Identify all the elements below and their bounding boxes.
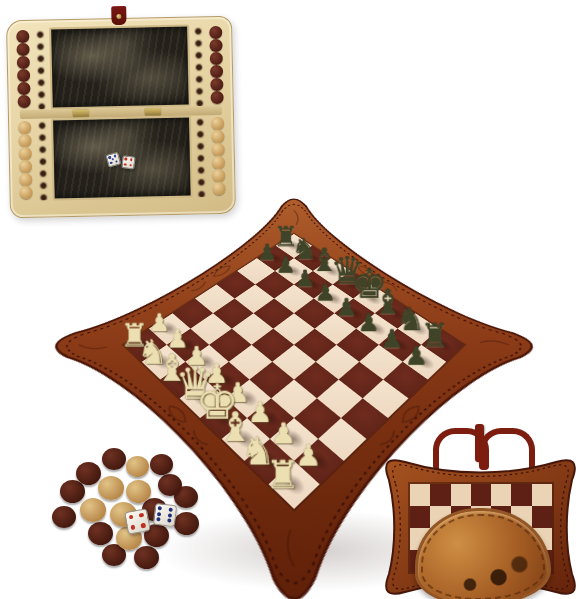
board-square	[359, 345, 402, 380]
board-square	[216, 271, 255, 299]
die-pip	[139, 512, 144, 517]
piece-glyph: ♞	[137, 335, 168, 369]
piece-glyph: ♟	[376, 326, 406, 351]
light-checker	[19, 186, 32, 199]
board-square	[313, 284, 353, 313]
piece-light-pawn: ♟	[166, 328, 208, 361]
piece-glyph: ♜	[273, 223, 299, 251]
board-square	[314, 313, 355, 345]
product-image: ♜♞♝♛♚♝♞♜♟♟♟♟♟♟♟♟♟♟♟♟♟♟♟♟♜♞♝♛♚♝♞♜	[0, 0, 587, 599]
board-square	[190, 313, 231, 345]
piece-glyph: ♟	[311, 281, 339, 305]
dark-checker-disc	[76, 462, 101, 485]
die-pip	[141, 523, 146, 528]
piece-glyph: ♟	[180, 343, 211, 369]
board-square	[271, 380, 317, 418]
case-square	[471, 484, 491, 506]
dark-checker-disc	[134, 546, 159, 569]
die-pip	[116, 160, 119, 163]
board-square	[294, 246, 331, 271]
board-square	[340, 398, 387, 439]
board-square	[362, 380, 408, 418]
piece-glyph: ♜	[119, 319, 149, 351]
piece-glyph: ♟	[332, 295, 361, 319]
piece-light-pawn: ♟	[294, 438, 344, 483]
piece-dark-pawn: ♟	[334, 298, 374, 328]
dark-checker-disc	[52, 506, 76, 528]
piece-glyph: ♜	[419, 319, 449, 351]
board-square	[353, 284, 393, 313]
die-red	[124, 508, 151, 535]
light-checker	[211, 117, 224, 130]
piece-glyph: ♛	[175, 362, 208, 407]
checkers-pile	[40, 440, 220, 590]
die-pip	[167, 518, 171, 522]
piece-dark-queen: ♛	[332, 271, 371, 299]
scroll-ornament-strip	[194, 115, 208, 197]
board-square	[294, 362, 339, 399]
piece-glyph: ♟	[290, 441, 326, 471]
die-pip	[168, 508, 172, 512]
dark-checker-disc	[174, 512, 199, 535]
board-square	[374, 299, 414, 329]
dark-checker	[17, 69, 30, 82]
board-square	[332, 271, 371, 299]
board-square	[213, 299, 253, 329]
piece-light-queen: ♛	[179, 379, 225, 417]
case-square	[430, 484, 450, 506]
piece-dark-knight: ♞	[397, 313, 438, 345]
board-square	[273, 313, 314, 345]
board-square	[179, 380, 225, 418]
dark-checker	[209, 26, 222, 39]
die-pip	[114, 155, 117, 158]
piece-light-pawn: ♟	[225, 379, 271, 417]
piece-glyph: ♞	[240, 431, 276, 470]
board-square	[294, 299, 334, 329]
backgammon-half-top	[14, 24, 226, 110]
light-checker	[212, 143, 225, 156]
piece-light-rook: ♜	[124, 328, 166, 361]
piece-light-knight: ♞	[244, 438, 294, 483]
die-navy	[153, 503, 178, 528]
piece-light-pawn: ♟	[204, 361, 249, 398]
board-square	[149, 313, 190, 345]
scroll-ornament-strip	[192, 24, 206, 106]
board-square	[294, 439, 344, 484]
board-square	[253, 299, 293, 329]
board-square	[160, 362, 205, 399]
board-square	[141, 345, 184, 380]
piece-dark-pawn: ♟	[294, 271, 333, 299]
brass-hinge	[145, 108, 161, 115]
piece-glyph: ♝	[310, 245, 337, 277]
board-square	[294, 398, 341, 439]
clasp-tab	[111, 6, 126, 25]
case-square	[511, 484, 531, 506]
piece-glyph: ♟	[200, 361, 232, 388]
piece-glyph: ♝	[217, 408, 252, 448]
dark-checker	[210, 78, 223, 91]
light-checker	[212, 182, 225, 195]
piece-dark-rook: ♜	[275, 234, 311, 258]
piece-glyph: ♟	[243, 399, 277, 427]
board-square	[244, 439, 294, 484]
light-checker-disc	[126, 456, 149, 477]
dark-checker-disc	[158, 474, 182, 496]
board-square	[251, 329, 293, 362]
light-checker	[19, 160, 32, 173]
case-square	[410, 506, 430, 528]
die-pip	[158, 507, 162, 511]
piece-glyph: ♚	[351, 264, 379, 305]
backgammon-dice	[107, 153, 147, 174]
piece-dark-pawn: ♟	[275, 258, 313, 284]
board-square	[356, 313, 397, 345]
dark-checker	[209, 39, 222, 52]
die-pip	[130, 525, 135, 530]
board-square	[378, 329, 420, 362]
board-square	[225, 380, 271, 418]
light-checker-disc	[98, 476, 124, 500]
die-pip	[125, 158, 127, 160]
board-square	[274, 284, 314, 313]
board-square	[294, 271, 333, 299]
dark-checker	[210, 91, 223, 104]
board-square	[200, 398, 247, 439]
piece-glyph: ♟	[272, 254, 299, 277]
board-square	[338, 362, 383, 399]
board-square	[249, 362, 294, 399]
board-square	[336, 329, 378, 362]
etched-artwork-panel	[49, 25, 191, 110]
die-pip	[157, 512, 161, 516]
checker-rail	[207, 24, 226, 106]
dark-checker	[16, 43, 29, 56]
board-square	[275, 258, 313, 284]
board-square	[272, 345, 315, 380]
piece-glyph: ♟	[400, 343, 431, 369]
backgammon-half-bottom	[16, 115, 228, 201]
piece-glyph: ♜	[264, 455, 301, 494]
piece-light-pawn: ♟	[185, 344, 229, 379]
board-square	[294, 329, 336, 362]
piece-glyph: ♟	[253, 241, 279, 263]
piece-light-knight: ♞	[141, 344, 185, 379]
piece-light-bishop: ♝	[160, 361, 205, 398]
brass-hinge	[72, 110, 88, 117]
piece-dark-pawn: ♟	[378, 328, 420, 361]
die-pip	[124, 163, 126, 165]
backgammon-die	[106, 152, 122, 168]
piece-dark-pawn: ♟	[256, 245, 293, 270]
board-square	[397, 313, 438, 345]
dark-checker-disc	[102, 448, 126, 470]
piece-light-pawn: ♟	[148, 313, 189, 345]
dark-checker	[210, 52, 223, 65]
case-square	[491, 484, 511, 506]
dark-checker-disc	[150, 454, 173, 475]
dark-checker	[210, 65, 223, 78]
scroll-ornament-strip	[34, 28, 48, 110]
piece-light-bishop: ♝	[221, 418, 269, 461]
dark-checker	[16, 30, 29, 43]
piece-dark-rook: ♜	[421, 328, 463, 361]
board-square	[237, 258, 275, 284]
dark-checker	[17, 82, 30, 95]
piece-glyph: ♟	[353, 310, 383, 335]
backgammon-die	[122, 155, 136, 169]
piece-dark-pawn: ♟	[356, 313, 397, 345]
board-square	[209, 329, 251, 362]
board-square	[172, 299, 212, 329]
piece-light-pawn: ♟	[269, 418, 317, 461]
board-square	[221, 418, 269, 461]
board-square	[269, 418, 317, 461]
piece-light-pawn: ♟	[246, 398, 293, 439]
light-checker	[18, 121, 31, 134]
die-pip	[128, 514, 133, 519]
board-square	[402, 345, 445, 380]
light-checker	[18, 134, 31, 147]
board-square	[255, 271, 294, 299]
case-square	[451, 484, 471, 506]
piece-glyph: ♝	[372, 286, 401, 320]
light-checker-disc	[80, 498, 106, 522]
die-pip	[110, 162, 113, 165]
piece-dark-bishop: ♝	[374, 298, 414, 328]
piece-glyph: ♝	[155, 350, 187, 387]
piece-dark-knight: ♞	[294, 245, 331, 270]
case-square	[532, 506, 552, 528]
board-square	[195, 284, 235, 313]
light-checker	[19, 173, 32, 186]
piece-glyph: ♟	[162, 326, 192, 351]
checker-rail	[14, 28, 33, 110]
board-square	[247, 398, 294, 439]
board-square	[124, 329, 166, 362]
board-square	[228, 345, 271, 380]
piece-dark-pawn: ♟	[313, 284, 353, 313]
board-square	[275, 234, 311, 258]
piece-light-king: ♚	[199, 398, 246, 439]
scroll-ornament-strip	[36, 119, 50, 201]
piece-dark-king: ♚	[353, 284, 393, 313]
light-checker-disc	[126, 480, 151, 503]
piece-dark-bishop: ♝	[312, 258, 350, 284]
board-square	[268, 461, 319, 509]
light-checker	[212, 156, 225, 169]
dark-checker	[17, 56, 30, 69]
case-square	[410, 484, 430, 506]
piece-glyph: ♚	[195, 378, 229, 426]
board-square	[383, 362, 428, 399]
board-square	[234, 284, 274, 313]
piece-glyph: ♞	[291, 234, 317, 263]
case-square	[532, 484, 552, 506]
light-checker	[19, 147, 32, 160]
board-square	[256, 246, 293, 271]
board-square	[204, 362, 249, 399]
checker-rail	[209, 115, 228, 197]
die-pip	[131, 158, 133, 160]
light-checker	[211, 130, 224, 143]
board-square	[318, 418, 366, 461]
piece-glyph: ♟	[291, 267, 319, 290]
die-pip	[168, 513, 172, 517]
dark-checker-disc	[88, 522, 113, 545]
piece-glyph: ♟	[144, 310, 174, 335]
dark-checker	[18, 95, 31, 108]
piece-glyph: ♟	[266, 419, 301, 448]
piece-glyph: ♛	[330, 252, 358, 290]
light-checker	[212, 169, 225, 182]
piece-light-rook: ♜	[268, 461, 319, 509]
die-pip	[130, 164, 132, 166]
board-square	[316, 380, 362, 418]
backgammon-box	[6, 16, 236, 219]
board-square	[185, 345, 228, 380]
board-square	[315, 345, 358, 380]
piece-dark-pawn: ♟	[402, 344, 446, 379]
piece-glyph: ♟	[221, 379, 254, 406]
board-square	[334, 299, 374, 329]
carrying-case	[377, 452, 585, 599]
board-square	[166, 329, 208, 362]
board-square	[312, 258, 350, 284]
board-square	[421, 329, 463, 362]
die-pip	[157, 517, 161, 521]
piece-glyph: ♞	[395, 303, 425, 336]
board-square	[231, 313, 272, 345]
checker-rail	[16, 119, 35, 201]
